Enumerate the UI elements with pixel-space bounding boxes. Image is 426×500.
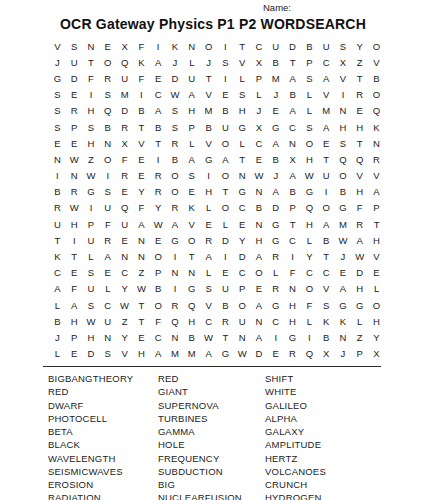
grid-cell-r17c3: S xyxy=(83,297,100,313)
grid-cell-r3c14: M xyxy=(267,70,284,86)
grid-cell-r12c8: A xyxy=(167,216,184,232)
grid-cell-r7c11: O xyxy=(217,135,234,151)
grid-cell-r2c15: T xyxy=(284,54,301,70)
grid-cell-r4c12: S xyxy=(234,87,251,103)
grid-cell-r19c14: I xyxy=(267,329,284,345)
grid-cell-r5c16: L xyxy=(301,103,318,119)
grid-cell-r13c14: G xyxy=(267,232,284,248)
grid-cell-r10c20: A xyxy=(368,184,385,200)
grid-cell-r7c14: A xyxy=(267,135,284,151)
grid-cell-r16c20: L xyxy=(368,281,385,297)
grid-cell-r6c10: B xyxy=(200,119,217,135)
grid-cell-r9c4: I xyxy=(99,168,116,184)
grid-cell-r17c15: H xyxy=(284,297,301,313)
word-item: DWARF xyxy=(48,399,158,412)
grid-cell-r4c11: E xyxy=(217,87,234,103)
grid-cell-r14c9: T xyxy=(183,248,200,264)
grid-cell-r20c8: M xyxy=(167,346,184,362)
grid-cell-r8c9: A xyxy=(183,151,200,167)
grid-cell-r12c20: T xyxy=(368,216,385,232)
grid-cell-r18c5: Z xyxy=(116,313,133,329)
grid-cell-r1c12: T xyxy=(234,38,251,54)
word-item: ALPHA xyxy=(265,412,326,425)
grid-cell-r14c5: N xyxy=(116,248,133,264)
grid-cell-r9c3: W xyxy=(83,168,100,184)
grid-cell-r6c20: K xyxy=(368,119,385,135)
grid-cell-r2c17: C xyxy=(318,54,335,70)
grid-cell-r16c11: U xyxy=(217,281,234,297)
grid-cell-r15c11: E xyxy=(217,265,234,281)
grid-cell-r14c11: I xyxy=(217,248,234,264)
grid-cell-r10c5: E xyxy=(116,184,133,200)
word-item: PHOTOCELL xyxy=(48,412,158,425)
grid-cell-r15c9: N xyxy=(183,265,200,281)
grid-cell-r7c12: L xyxy=(234,135,251,151)
grid-cell-r5c9: H xyxy=(183,103,200,119)
word-item: WHITE xyxy=(265,385,326,398)
word-item: GIANT xyxy=(158,385,265,398)
grid-cell-r14c15: I xyxy=(284,248,301,264)
grid-cell-r10c6: Y xyxy=(133,184,150,200)
grid-cell-r4c5: M xyxy=(116,87,133,103)
grid-cell-r5c1: S xyxy=(49,103,66,119)
grid-cell-r10c3: G xyxy=(83,184,100,200)
grid-cell-r4c20: O xyxy=(368,87,385,103)
divider-line xyxy=(43,366,381,367)
word-item: GALAXY xyxy=(265,425,326,438)
grid-cell-r4c6: I xyxy=(133,87,150,103)
grid-cell-r18c12: U xyxy=(234,313,251,329)
grid-cell-r5c19: E xyxy=(351,103,368,119)
grid-cell-r14c8: I xyxy=(167,248,184,264)
grid-cell-r7c2: E xyxy=(66,135,83,151)
grid-cell-r17c7: O xyxy=(150,297,167,313)
word-list-column-2: REDGIANTSUPERNOVATURBINESGAMMAHOLEFREQUE… xyxy=(158,372,265,500)
grid-cell-r8c20: R xyxy=(368,151,385,167)
grid-cell-r15c20: E xyxy=(368,265,385,281)
grid-cell-r12c3: P xyxy=(83,216,100,232)
word-item: SUBDUCTION xyxy=(158,465,265,478)
grid-cell-r12c1: U xyxy=(49,216,66,232)
grid-cell-r12c17: A xyxy=(318,216,335,232)
grid-cell-r20c6: H xyxy=(133,346,150,362)
grid-cell-r11c9: K xyxy=(183,200,200,216)
grid-cell-r10c8: O xyxy=(167,184,184,200)
grid-cell-r7c5: X xyxy=(116,135,133,151)
grid-cell-r5c11: B xyxy=(217,103,234,119)
grid-cell-r15c1: C xyxy=(49,265,66,281)
word-item: TURBINES xyxy=(158,412,265,425)
grid-cell-r7c18: S xyxy=(335,135,352,151)
grid-cell-r18c6: T xyxy=(133,313,150,329)
grid-cell-r2c4: O xyxy=(99,54,116,70)
grid-cell-r5c17: M xyxy=(318,103,335,119)
grid-cell-r14c13: A xyxy=(251,248,268,264)
grid-cell-r9c1: I xyxy=(49,168,66,184)
word-list-column-1: BIGBANGTHEORYREDDWARFPHOTOCELLBETABLACKW… xyxy=(48,372,158,500)
grid-cell-r1c7: I xyxy=(150,38,167,54)
grid-cell-r19c4: N xyxy=(99,329,116,345)
grid-cell-r10c10: H xyxy=(200,184,217,200)
grid-cell-r12c5: U xyxy=(116,216,133,232)
grid-cell-r9c16: W xyxy=(301,168,318,184)
grid-cell-r20c1: L xyxy=(49,346,66,362)
grid-cell-r7c3: H xyxy=(83,135,100,151)
grid-cell-r12c16: H xyxy=(301,216,318,232)
grid-cell-r3c20: B xyxy=(368,70,385,86)
grid-cell-r5c12: H xyxy=(234,103,251,119)
grid-cell-r6c9: P xyxy=(183,119,200,135)
grid-cell-r16c8: I xyxy=(167,281,184,297)
grid-cell-r5c14: E xyxy=(267,103,284,119)
grid-cell-r18c2: H xyxy=(66,313,83,329)
grid-cell-r2c14: B xyxy=(267,54,284,70)
grid-cell-r17c18: G xyxy=(335,297,352,313)
word-item: EROSION xyxy=(48,478,158,491)
grid-cell-r8c5: F xyxy=(116,151,133,167)
grid-cell-r8c12: T xyxy=(234,151,251,167)
grid-cell-r2c8: J xyxy=(167,54,184,70)
grid-cell-r6c7: B xyxy=(150,119,167,135)
grid-cell-r17c11: B xyxy=(217,297,234,313)
grid-cell-r16c19: H xyxy=(351,281,368,297)
grid-cell-r11c1: R xyxy=(49,200,66,216)
grid-cell-r3c3: F xyxy=(83,70,100,86)
grid-cell-r19c3: H xyxy=(83,329,100,345)
grid-cell-r9c10: I xyxy=(200,168,217,184)
word-item: GALILEO xyxy=(265,399,326,412)
grid-cell-r4c17: V xyxy=(318,87,335,103)
grid-cell-r18c20: H xyxy=(368,313,385,329)
grid-cell-r9c20: V xyxy=(368,168,385,184)
grid-cell-r1c17: U xyxy=(318,38,335,54)
grid-cell-r3c4: R xyxy=(99,70,116,86)
word-item: BIG xyxy=(158,478,265,491)
grid-cell-r14c2: T xyxy=(66,248,83,264)
grid-cell-r18c19: L xyxy=(351,313,368,329)
grid-cell-r11c13: B xyxy=(251,200,268,216)
grid-cell-r8c19: Q xyxy=(351,151,368,167)
grid-cell-r3c17: A xyxy=(318,70,335,86)
grid-cell-r1c6: F xyxy=(133,38,150,54)
grid-cell-r1c2: S xyxy=(66,38,83,54)
grid-cell-r12c11: L xyxy=(217,216,234,232)
grid-cell-r5c8: S xyxy=(167,103,184,119)
grid-cell-r4c4: S xyxy=(99,87,116,103)
grid-cell-r10c16: G xyxy=(301,184,318,200)
grid-cell-r4c19: R xyxy=(351,87,368,103)
grid-cell-r12c2: H xyxy=(66,216,83,232)
grid-cell-r3c16: S xyxy=(301,70,318,86)
grid-cell-r9c18: O xyxy=(335,168,352,184)
grid-cell-r6c15: C xyxy=(284,119,301,135)
grid-cell-r20c7: A xyxy=(150,346,167,362)
grid-cell-r2c20: V xyxy=(368,54,385,70)
grid-cell-r16c1: A xyxy=(49,281,66,297)
grid-cell-r14c7: O xyxy=(150,248,167,264)
grid-cell-r2c1: J xyxy=(49,54,66,70)
word-item: RED xyxy=(48,385,158,398)
grid-cell-r10c1: B xyxy=(49,184,66,200)
grid-cell-r15c13: O xyxy=(251,265,268,281)
grid-cell-r6c16: S xyxy=(301,119,318,135)
grid-cell-r4c3: I xyxy=(83,87,100,103)
grid-cell-r10c11: T xyxy=(217,184,234,200)
grid-cell-r6c3: S xyxy=(83,119,100,135)
grid-cell-r10c15: B xyxy=(284,184,301,200)
grid-cell-r13c3: U xyxy=(83,232,100,248)
grid-cell-r5c2: R xyxy=(66,103,83,119)
grid-cell-r8c15: X xyxy=(284,151,301,167)
grid-cell-r8c3: Z xyxy=(83,151,100,167)
grid-cell-r19c15: G xyxy=(284,329,301,345)
grid-cell-r12c18: M xyxy=(335,216,352,232)
grid-cell-r18c13: N xyxy=(251,313,268,329)
grid-cell-r16c17: V xyxy=(318,281,335,297)
grid-cell-r2c11: S xyxy=(217,54,234,70)
word-item: RED xyxy=(158,372,265,385)
grid-cell-r9c8: O xyxy=(167,168,184,184)
grid-cell-r15c4: E xyxy=(99,265,116,281)
grid-cell-r13c10: R xyxy=(200,232,217,248)
grid-cell-r6c17: A xyxy=(318,119,335,135)
grid-cell-r2c9: L xyxy=(183,54,200,70)
grid-cell-r13c12: Y xyxy=(234,232,251,248)
grid-cell-r2c6: K xyxy=(133,54,150,70)
grid-cell-r16c5: Y xyxy=(116,281,133,297)
grid-cell-r9c11: O xyxy=(217,168,234,184)
grid-cell-r13c11: D xyxy=(217,232,234,248)
grid-cell-r11c2: W xyxy=(66,200,83,216)
grid-cell-r4c10: V xyxy=(200,87,217,103)
grid-cell-r18c8: Q xyxy=(167,313,184,329)
grid-cell-r1c13: C xyxy=(251,38,268,54)
grid-cell-r7c6: V xyxy=(133,135,150,151)
grid-cell-r13c15: C xyxy=(284,232,301,248)
grid-cell-r9c15: A xyxy=(284,168,301,184)
grid-cell-r19c7: C xyxy=(150,329,167,345)
grid-cell-r2c16: P xyxy=(301,54,318,70)
grid-cell-r17c4: C xyxy=(99,297,116,313)
grid-cell-r1c1: V xyxy=(49,38,66,54)
grid-cell-r16c16: O xyxy=(301,281,318,297)
grid-cell-r20c3: D xyxy=(83,346,100,362)
wordsearch-grid: VSNEXFIKNOITCUDBUSYOJUTOQKAJLJSVXBTPCXZV… xyxy=(49,38,385,362)
grid-cell-r20c10: A xyxy=(200,346,217,362)
grid-cell-r5c5: D xyxy=(116,103,133,119)
grid-cell-r1c9: N xyxy=(183,38,200,54)
grid-cell-r16c9: G xyxy=(183,281,200,297)
grid-cell-r15c17: C xyxy=(318,265,335,281)
grid-cell-r7c8: R xyxy=(167,135,184,151)
grid-cell-r7c20: N xyxy=(368,135,385,151)
grid-cell-r15c14: L xyxy=(267,265,284,281)
grid-cell-r16c14: R xyxy=(267,281,284,297)
grid-cell-r17c19: G xyxy=(351,297,368,313)
grid-cell-r19c17: B xyxy=(318,329,335,345)
grid-cell-r13c19: A xyxy=(351,232,368,248)
grid-cell-r8c7: I xyxy=(150,151,167,167)
grid-cell-r3c2: D xyxy=(66,70,83,86)
grid-cell-r14c6: N xyxy=(133,248,150,264)
grid-cell-r19c20: Y xyxy=(368,329,385,345)
grid-cell-r20c4: S xyxy=(99,346,116,362)
grid-cell-r19c12: N xyxy=(234,329,251,345)
grid-cell-r7c1: E xyxy=(49,135,66,151)
grid-cell-r16c3: U xyxy=(83,281,100,297)
grid-cell-r10c19: H xyxy=(351,184,368,200)
grid-cell-r8c2: W xyxy=(66,151,83,167)
grid-cell-r1c14: U xyxy=(267,38,284,54)
grid-cell-r11c7: Y xyxy=(150,200,167,216)
grid-cell-r11c15: P xyxy=(284,200,301,216)
grid-cell-r12c15: T xyxy=(284,216,301,232)
grid-cell-r20c20: X xyxy=(368,346,385,362)
grid-cell-r1c15: D xyxy=(284,38,301,54)
grid-cell-r17c16: F xyxy=(301,297,318,313)
grid-cell-r6c14: G xyxy=(267,119,284,135)
grid-cell-r1c3: N xyxy=(83,38,100,54)
grid-cell-r14c17: T xyxy=(318,248,335,264)
word-item: HYDROGEN xyxy=(265,491,326,500)
grid-cell-r6c4: B xyxy=(99,119,116,135)
word-item: BETA xyxy=(48,425,158,438)
grid-cell-r11c12: C xyxy=(234,200,251,216)
grid-cell-r5c7: A xyxy=(150,103,167,119)
grid-cell-r16c7: B xyxy=(150,281,167,297)
grid-cell-r12c6: A xyxy=(133,216,150,232)
grid-cell-r4c1: S xyxy=(49,87,66,103)
grid-cell-r14c14: R xyxy=(267,248,284,264)
grid-cell-r14c4: A xyxy=(99,248,116,264)
name-label: Name: xyxy=(263,2,291,13)
grid-cell-r4c15: B xyxy=(284,87,301,103)
grid-cell-r17c2: A xyxy=(66,297,83,313)
grid-cell-r17c9: Q xyxy=(183,297,200,313)
grid-cell-r3c11: I xyxy=(217,70,234,86)
word-list: BIGBANGTHEORYREDDWARFPHOTOCELLBETABLACKW… xyxy=(48,372,326,500)
grid-cell-r2c3: T xyxy=(83,54,100,70)
grid-cell-r15c6: Z xyxy=(133,265,150,281)
grid-cell-r1c8: K xyxy=(167,38,184,54)
grid-cell-r7c15: N xyxy=(284,135,301,151)
grid-cell-r14c20: V xyxy=(368,248,385,264)
grid-cell-r13c2: I xyxy=(66,232,83,248)
grid-cell-r15c7: P xyxy=(150,265,167,281)
grid-cell-r20c5: V xyxy=(116,346,133,362)
word-item: HOLE xyxy=(158,438,265,451)
grid-cell-r15c5: C xyxy=(116,265,133,281)
grid-cell-r14c18: J xyxy=(335,248,352,264)
grid-cell-r20c16: Q xyxy=(301,346,318,362)
grid-cell-r4c7: C xyxy=(150,87,167,103)
grid-cell-r8c13: E xyxy=(251,151,268,167)
grid-cell-r11c17: O xyxy=(318,200,335,216)
word-list-column-3: SHIFTWHITEGALILEOALPHAGALAXYAMPLITUDEHER… xyxy=(265,372,326,500)
grid-cell-r3c13: P xyxy=(251,70,268,86)
grid-cell-r17c1: L xyxy=(49,297,66,313)
grid-cell-r19c13: A xyxy=(251,329,268,345)
grid-cell-r11c5: Q xyxy=(116,200,133,216)
grid-cell-r3c6: F xyxy=(133,70,150,86)
grid-cell-r20c19: P xyxy=(351,346,368,362)
grid-cell-r12c9: V xyxy=(183,216,200,232)
grid-cell-r3c18: V xyxy=(335,70,352,86)
grid-cell-r20c2: E xyxy=(66,346,83,362)
grid-cell-r10c13: N xyxy=(251,184,268,200)
grid-cell-r16c10: S xyxy=(200,281,217,297)
grid-cell-r18c14: C xyxy=(267,313,284,329)
grid-cell-r18c16: L xyxy=(301,313,318,329)
grid-cell-r15c16: C xyxy=(301,265,318,281)
grid-cell-r2c5: Q xyxy=(116,54,133,70)
grid-cell-r13c16: L xyxy=(301,232,318,248)
word-item: SUPERNOVA xyxy=(158,399,265,412)
grid-cell-r19c19: Z xyxy=(351,329,368,345)
grid-cell-r13c1: T xyxy=(49,232,66,248)
grid-cell-r8c1: N xyxy=(49,151,66,167)
grid-cell-r11c19: F xyxy=(351,200,368,216)
grid-cell-r15c12: C xyxy=(234,265,251,281)
word-item: WAVELENGTH xyxy=(48,452,158,465)
grid-cell-r14c12: D xyxy=(234,248,251,264)
grid-cell-r11c18: G xyxy=(335,200,352,216)
grid-cell-r6c5: R xyxy=(116,119,133,135)
grid-cell-r9c2: N xyxy=(66,168,83,184)
grid-cell-r19c9: B xyxy=(183,329,200,345)
grid-cell-r3c8: D xyxy=(167,70,184,86)
grid-cell-r9c13: W xyxy=(251,168,268,184)
grid-cell-r16c12: P xyxy=(234,281,251,297)
grid-cell-r6c12: G xyxy=(234,119,251,135)
grid-cell-r3c19: T xyxy=(351,70,368,86)
grid-cell-r18c11: R xyxy=(217,313,234,329)
grid-cell-r11c14: D xyxy=(267,200,284,216)
grid-cell-r3c15: A xyxy=(284,70,301,86)
grid-cell-r17c13: A xyxy=(251,297,268,313)
grid-cell-r7c7: T xyxy=(150,135,167,151)
grid-cell-r11c6: F xyxy=(133,200,150,216)
grid-cell-r4c8: W xyxy=(167,87,184,103)
grid-cell-r12c7: W xyxy=(150,216,167,232)
grid-cell-r12c10: E xyxy=(200,216,217,232)
grid-cell-r15c8: N xyxy=(167,265,184,281)
grid-cell-r3c1: G xyxy=(49,70,66,86)
grid-cell-r6c18: H xyxy=(335,119,352,135)
grid-cell-r11c3: I xyxy=(83,200,100,216)
grid-cell-r5c3: H xyxy=(83,103,100,119)
grid-cell-r1c4: E xyxy=(99,38,116,54)
grid-cell-r5c10: M xyxy=(200,103,217,119)
grid-cell-r1c5: X xyxy=(116,38,133,54)
grid-cell-r20c11: G xyxy=(217,346,234,362)
grid-cell-r20c12: W xyxy=(234,346,251,362)
grid-cell-r3c9: U xyxy=(183,70,200,86)
grid-cell-r3c10: T xyxy=(200,70,217,86)
grid-cell-r4c2: E xyxy=(66,87,83,103)
grid-cell-r10c17: I xyxy=(318,184,335,200)
grid-cell-r18c18: K xyxy=(335,313,352,329)
grid-cell-r7c16: O xyxy=(301,135,318,151)
grid-cell-r14c1: K xyxy=(49,248,66,264)
grid-cell-r17c10: V xyxy=(200,297,217,313)
grid-cell-r3c5: U xyxy=(116,70,133,86)
grid-cell-r12c12: E xyxy=(234,216,251,232)
grid-cell-r14c19: W xyxy=(351,248,368,264)
grid-cell-r13c4: R xyxy=(99,232,116,248)
grid-cell-r14c3: L xyxy=(83,248,100,264)
worksheet-page: Name: OCR Gateway Physics P1 P2 WORDSEAR… xyxy=(0,0,426,500)
